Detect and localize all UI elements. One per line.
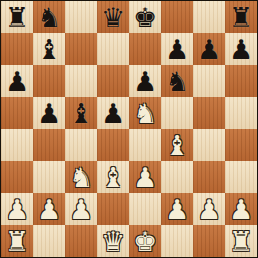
white-knight-e5: ♞: [129, 97, 161, 129]
square-e7[interactable]: [129, 33, 161, 65]
white-pawn-e3: ♟: [129, 161, 161, 193]
square-c8[interactable]: [65, 1, 97, 33]
square-h8[interactable]: ♜: [225, 1, 257, 33]
white-bishop-f4: ♝: [161, 129, 193, 161]
black-pawn-g7: ♟: [193, 33, 225, 65]
white-pawn-g2: ♟: [193, 193, 225, 225]
square-e8[interactable]: ♚: [129, 1, 161, 33]
square-b7[interactable]: ♝: [33, 33, 65, 65]
square-g5[interactable]: [193, 97, 225, 129]
square-d1[interactable]: ♛: [97, 225, 129, 257]
square-a5[interactable]: [1, 97, 33, 129]
square-f2[interactable]: ♟: [161, 193, 193, 225]
square-d3[interactable]: ♝: [97, 161, 129, 193]
chess-board-frame: ♜♞♛♚♜♝♟♟♟♟♟♞♟♝♟♞♝♞♝♟♟♟♟♟♟♟♜♛♚♜: [0, 0, 258, 258]
square-f1[interactable]: [161, 225, 193, 257]
white-rook-a1: ♜: [1, 225, 33, 257]
square-a4[interactable]: [1, 129, 33, 161]
white-pawn-c2: ♟: [65, 193, 97, 225]
white-pawn-b2: ♟: [33, 193, 65, 225]
white-king-e1: ♚: [129, 225, 161, 257]
square-g3[interactable]: [193, 161, 225, 193]
white-queen-d1: ♛: [97, 225, 129, 257]
square-a1[interactable]: ♜: [1, 225, 33, 257]
chess-board: ♜♞♛♚♜♝♟♟♟♟♟♞♟♝♟♞♝♞♝♟♟♟♟♟♟♟♜♛♚♜: [0, 0, 258, 258]
square-f8[interactable]: [161, 1, 193, 33]
square-b1[interactable]: [33, 225, 65, 257]
square-c7[interactable]: [65, 33, 97, 65]
square-g6[interactable]: [193, 65, 225, 97]
square-a6[interactable]: ♟: [1, 65, 33, 97]
square-d6[interactable]: [97, 65, 129, 97]
square-b4[interactable]: [33, 129, 65, 161]
square-d5[interactable]: ♟: [97, 97, 129, 129]
square-b6[interactable]: [33, 65, 65, 97]
square-a3[interactable]: [1, 161, 33, 193]
square-c4[interactable]: [65, 129, 97, 161]
black-pawn-h7: ♟: [225, 33, 257, 65]
white-pawn-h2: ♟: [225, 193, 257, 225]
square-a2[interactable]: ♟: [1, 193, 33, 225]
black-pawn-f7: ♟: [161, 33, 193, 65]
square-h5[interactable]: [225, 97, 257, 129]
square-a7[interactable]: [1, 33, 33, 65]
square-e5[interactable]: ♞: [129, 97, 161, 129]
square-b8[interactable]: ♞: [33, 1, 65, 33]
square-f3[interactable]: [161, 161, 193, 193]
black-bishop-c5: ♝: [65, 97, 97, 129]
square-e6[interactable]: ♟: [129, 65, 161, 97]
square-e1[interactable]: ♚: [129, 225, 161, 257]
square-b2[interactable]: ♟: [33, 193, 65, 225]
square-h7[interactable]: ♟: [225, 33, 257, 65]
white-bishop-d3: ♝: [97, 161, 129, 193]
square-b5[interactable]: ♟: [33, 97, 65, 129]
square-f5[interactable]: [161, 97, 193, 129]
square-g8[interactable]: [193, 1, 225, 33]
square-g1[interactable]: [193, 225, 225, 257]
square-f4[interactable]: ♝: [161, 129, 193, 161]
white-pawn-a2: ♟: [1, 193, 33, 225]
square-h3[interactable]: [225, 161, 257, 193]
white-rook-h1: ♜: [225, 225, 257, 257]
square-f6[interactable]: ♞: [161, 65, 193, 97]
square-c6[interactable]: [65, 65, 97, 97]
square-c2[interactable]: ♟: [65, 193, 97, 225]
square-h6[interactable]: [225, 65, 257, 97]
square-d2[interactable]: [97, 193, 129, 225]
black-bishop-b7: ♝: [33, 33, 65, 65]
square-b3[interactable]: [33, 161, 65, 193]
white-knight-c3: ♞: [65, 161, 97, 193]
square-e2[interactable]: [129, 193, 161, 225]
square-c3[interactable]: ♞: [65, 161, 97, 193]
black-rook-h8: ♜: [225, 1, 257, 33]
square-f7[interactable]: ♟: [161, 33, 193, 65]
square-e3[interactable]: ♟: [129, 161, 161, 193]
white-pawn-f2: ♟: [161, 193, 193, 225]
square-d7[interactable]: [97, 33, 129, 65]
black-pawn-a6: ♟: [1, 65, 33, 97]
square-a8[interactable]: ♜: [1, 1, 33, 33]
square-d8[interactable]: ♛: [97, 1, 129, 33]
square-c5[interactable]: ♝: [65, 97, 97, 129]
black-queen-d8: ♛: [97, 1, 129, 33]
black-rook-a8: ♜: [1, 1, 33, 33]
square-e4[interactable]: [129, 129, 161, 161]
square-g4[interactable]: [193, 129, 225, 161]
black-king-e8: ♚: [129, 1, 161, 33]
square-h2[interactable]: ♟: [225, 193, 257, 225]
square-c1[interactable]: [65, 225, 97, 257]
black-pawn-d5: ♟: [97, 97, 129, 129]
square-h4[interactable]: [225, 129, 257, 161]
square-g7[interactable]: ♟: [193, 33, 225, 65]
black-knight-b8: ♞: [33, 1, 65, 33]
square-h1[interactable]: ♜: [225, 225, 257, 257]
black-pawn-e6: ♟: [129, 65, 161, 97]
black-pawn-b5: ♟: [33, 97, 65, 129]
square-d4[interactable]: [97, 129, 129, 161]
black-knight-f6: ♞: [161, 65, 193, 97]
square-g2[interactable]: ♟: [193, 193, 225, 225]
